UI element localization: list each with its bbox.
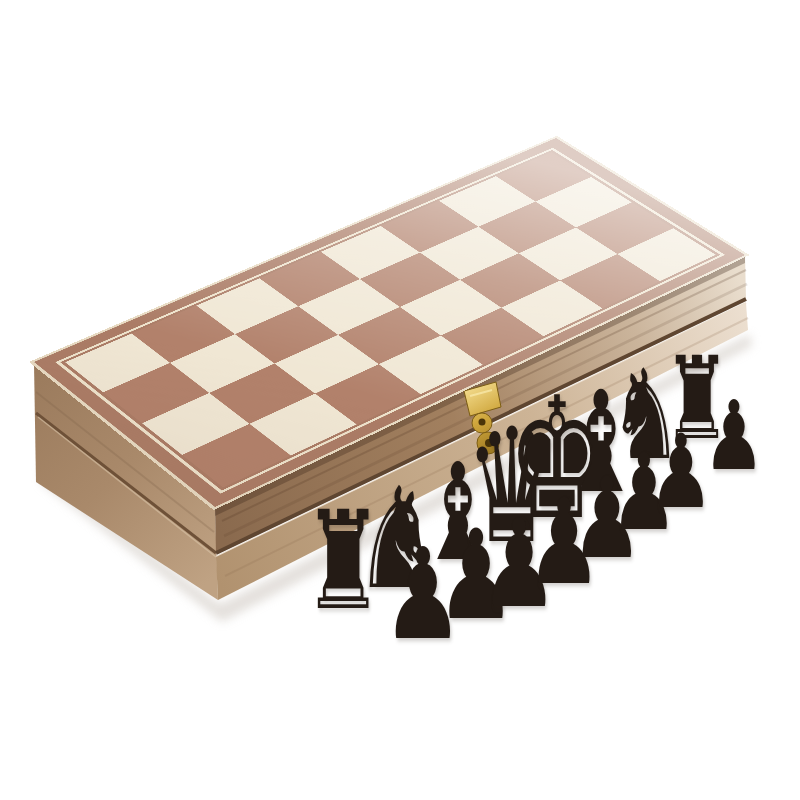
- piece-black-pawn-16[interactable]: ♟: [703, 388, 765, 484]
- piece-tray-area: ♜♞♝♛♚♝♞♜♟♟♟♟♟♟♟♟: [0, 0, 800, 800]
- chess-set-product-photo: ♜♞♝♛♚♝♞♜♟♟♟♟♟♟♟♟: [0, 0, 800, 800]
